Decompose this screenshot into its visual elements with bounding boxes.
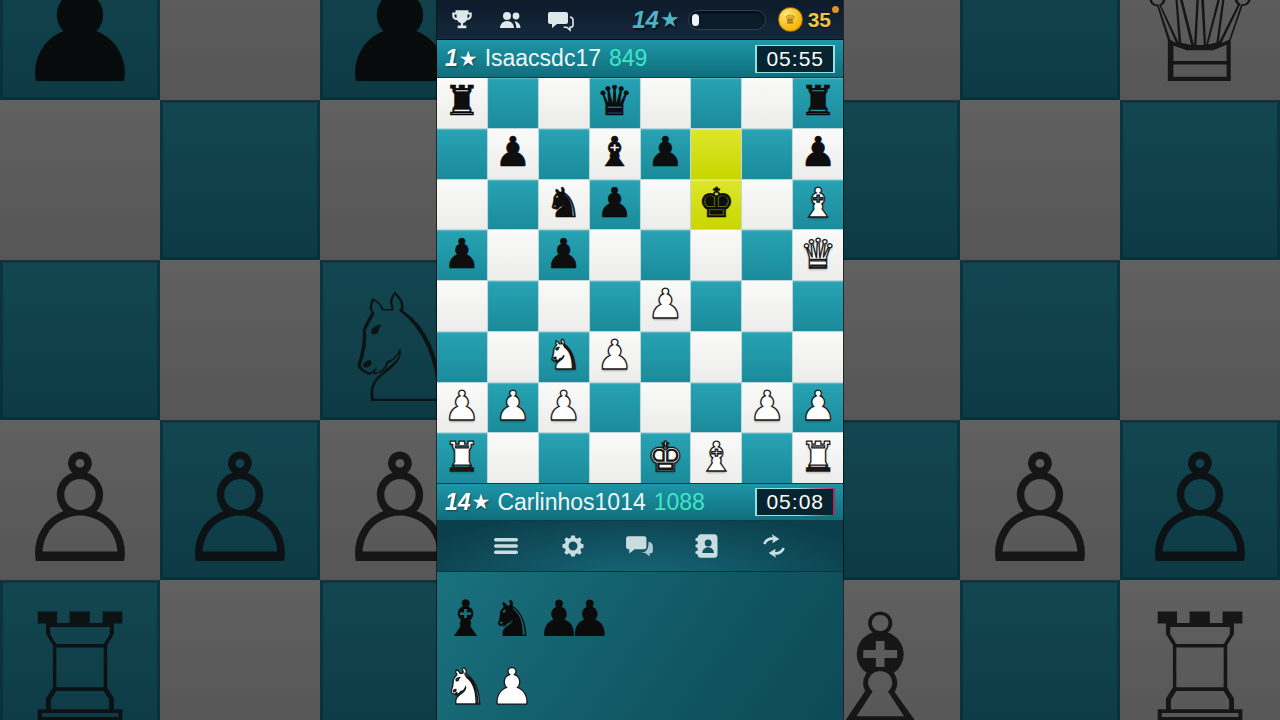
square-g7[interactable] <box>742 129 792 179</box>
square-g4[interactable] <box>742 281 792 331</box>
square-g2[interactable]: ♟ <box>742 383 792 433</box>
notification-dot <box>832 6 839 13</box>
bg-square <box>160 100 320 260</box>
square-c2[interactable]: ♟ <box>539 383 589 433</box>
square-b4[interactable] <box>488 281 538 331</box>
square-a8[interactable]: ♜ <box>437 78 487 128</box>
square-e7[interactable]: ♟ <box>641 129 691 179</box>
bg-square: ♙ <box>160 420 320 580</box>
square-h7[interactable]: ♟ <box>793 129 843 179</box>
square-h5[interactable]: ♛ <box>793 230 843 280</box>
square-d1[interactable] <box>590 433 640 483</box>
bg-square <box>160 260 320 420</box>
black-king-f6[interactable]: ♚ <box>698 183 735 224</box>
player-star-icon: ★ <box>472 490 491 514</box>
square-g6[interactable] <box>742 180 792 230</box>
bg-square: ♖ <box>0 580 160 720</box>
bg-square <box>1120 100 1280 260</box>
square-e6[interactable] <box>641 180 691 230</box>
black-pawn-a5[interactable]: ♟ <box>444 234 481 275</box>
white-pawn-b2[interactable]: ♟ <box>494 386 531 427</box>
hamburger-menu-icon[interactable] <box>491 534 521 558</box>
bg-white-pawn-icon: ♙ <box>13 438 147 581</box>
bg-white-pawn-icon: ♙ <box>173 438 307 581</box>
square-d8[interactable]: ♛ <box>590 78 640 128</box>
square-e5[interactable] <box>641 230 691 280</box>
xp-progress-fill <box>692 14 700 26</box>
opponent-name[interactable]: Isaacsdc17 <box>485 45 601 72</box>
square-g5[interactable] <box>742 230 792 280</box>
square-h8[interactable]: ♜ <box>793 78 843 128</box>
square-a5[interactable]: ♟ <box>437 230 487 280</box>
white-pawn-d3[interactable]: ♟ <box>596 335 633 376</box>
coin-count: 35 <box>808 8 831 32</box>
square-d4[interactable] <box>590 281 640 331</box>
square-c5[interactable]: ♟ <box>539 230 589 280</box>
bg-square: ♙ <box>0 420 160 580</box>
player-clock-frame: 05:08 <box>755 488 835 516</box>
black-rook-a8[interactable]: ♜ <box>444 81 481 122</box>
black-rook-h8[interactable]: ♜ <box>800 81 837 122</box>
captured-white-knight: ♞ <box>443 662 488 712</box>
square-f5[interactable] <box>691 230 741 280</box>
bg-square: ♙ <box>1120 420 1280 580</box>
white-pawn-e4[interactable]: ♟ <box>647 284 684 325</box>
square-b8[interactable] <box>488 78 538 128</box>
bg-white-rook-icon: ♖ <box>13 598 147 720</box>
captured-black-knight: ♞ <box>490 594 535 644</box>
square-c6[interactable]: ♞ <box>539 180 589 230</box>
bg-square <box>0 260 160 420</box>
opponent-rating: 849 <box>609 45 647 72</box>
square-b2[interactable]: ♟ <box>488 383 538 433</box>
player-level-badge: 14★ <box>632 6 679 34</box>
level-star-icon: ★ <box>660 7 680 32</box>
square-b5[interactable] <box>488 230 538 280</box>
top-status-bar: 14★ ♛ 35 <box>437 0 843 40</box>
video-frame: ♟♟♕♘♙♙♙♙♙♖♗♖ 14★ ♛ 35 1 ★ Isaacsdc17 849 <box>0 0 1280 720</box>
level-number: 14 <box>632 6 659 34</box>
square-f7[interactable] <box>691 129 741 179</box>
black-pawn-b7[interactable]: ♟ <box>494 132 531 173</box>
square-c4[interactable] <box>539 281 589 331</box>
square-a6[interactable] <box>437 180 487 230</box>
square-a1[interactable]: ♜ <box>437 433 487 483</box>
square-c8[interactable] <box>539 78 589 128</box>
bg-square <box>0 100 160 260</box>
white-rook-a1[interactable]: ♜ <box>444 437 481 478</box>
white-queen-h5[interactable]: ♛ <box>800 234 837 275</box>
black-knight-c6[interactable]: ♞ <box>545 183 582 224</box>
black-pawn-d6[interactable]: ♟ <box>596 183 633 224</box>
chat-icon[interactable] <box>547 8 575 32</box>
square-h4[interactable] <box>793 281 843 331</box>
player-level: 14 <box>445 489 471 516</box>
bg-white-pawn-icon: ♙ <box>973 438 1107 581</box>
square-c3[interactable]: ♞ <box>539 332 589 382</box>
player-rating: 1088 <box>654 489 705 516</box>
square-d7[interactable]: ♝ <box>590 129 640 179</box>
opponent-star-icon: ★ <box>459 47 478 71</box>
square-h3[interactable] <box>793 332 843 382</box>
square-d5[interactable] <box>590 230 640 280</box>
white-knight-c3[interactable]: ♞ <box>545 335 582 376</box>
captured-black-pieces: ♝♞♟♟ <box>443 576 837 644</box>
bg-black-pawn-icon: ♟ <box>13 0 147 100</box>
captured-pieces-tray: ♝♞♟♟ ♞♟ <box>437 572 843 720</box>
black-bishop-d7[interactable]: ♝ <box>596 132 633 173</box>
white-king-e1[interactable]: ♚ <box>647 437 684 478</box>
friends-icon[interactable] <box>497 8 525 32</box>
bg-square: ♕ <box>1120 0 1280 100</box>
chess-board: ♜♛♜♟♝♟♟♞♟♚♝♟♟♛♟♞♟♟♟♟♟♟♜♚♝♜ <box>437 78 843 483</box>
white-bishop-f1[interactable]: ♝ <box>698 437 735 478</box>
square-f4[interactable] <box>691 281 741 331</box>
black-pawn-c5[interactable]: ♟ <box>545 234 582 275</box>
black-pawn-h7[interactable]: ♟ <box>800 132 837 173</box>
square-f2[interactable] <box>691 383 741 433</box>
square-h1[interactable]: ♜ <box>793 433 843 483</box>
square-c7[interactable] <box>539 129 589 179</box>
bg-square: ♖ <box>1120 580 1280 720</box>
square-e8[interactable] <box>641 78 691 128</box>
captured-black-bishop: ♝ <box>443 594 488 644</box>
square-f8[interactable] <box>691 78 741 128</box>
square-e4[interactable]: ♟ <box>641 281 691 331</box>
opponent-bar: 1 ★ Isaacsdc17 849 05:55 <box>437 40 843 78</box>
square-d6[interactable]: ♟ <box>590 180 640 230</box>
bg-square <box>960 580 1120 720</box>
bg-square <box>960 100 1120 260</box>
bg-square <box>960 260 1120 420</box>
square-f6[interactable]: ♚ <box>691 180 741 230</box>
square-d2[interactable] <box>590 383 640 433</box>
xp-progress-bar <box>688 10 766 30</box>
square-a7[interactable] <box>437 129 487 179</box>
game-menu-bar <box>437 521 843 572</box>
settings-gear-icon[interactable] <box>559 532 587 560</box>
black-pawn-e7[interactable]: ♟ <box>647 132 684 173</box>
bg-square: ♟ <box>0 0 160 100</box>
bg-square: ♙ <box>960 420 1120 580</box>
square-e1[interactable]: ♚ <box>641 433 691 483</box>
coin-icon[interactable]: ♛ <box>778 7 803 32</box>
white-pawn-g2[interactable]: ♟ <box>749 386 786 427</box>
player-clock: 05:08 <box>757 489 833 515</box>
white-rook-h1[interactable]: ♜ <box>800 437 837 478</box>
square-a4[interactable] <box>437 281 487 331</box>
square-d3[interactable]: ♟ <box>590 332 640 382</box>
player-bar: 14 ★ Carlinhos1014 1088 05:08 <box>437 483 843 521</box>
opponent-clock: 05:55 <box>757 46 833 72</box>
bg-white-queen-icon: ♕ <box>1133 0 1267 100</box>
square-a2[interactable]: ♟ <box>437 383 487 433</box>
square-h2[interactable]: ♟ <box>793 383 843 433</box>
square-f1[interactable]: ♝ <box>691 433 741 483</box>
white-bishop-h6[interactable]: ♝ <box>800 183 837 224</box>
captured-white-pawn: ♟ <box>490 662 535 712</box>
opponent-clock-frame: 05:55 <box>755 45 835 73</box>
player-name[interactable]: Carlinhos1014 <box>497 489 645 516</box>
square-e3[interactable] <box>641 332 691 382</box>
square-g8[interactable] <box>742 78 792 128</box>
bg-square <box>160 580 320 720</box>
captured-white-pieces: ♞♟ <box>443 644 837 712</box>
bg-square <box>960 0 1120 100</box>
bg-square <box>1120 260 1280 420</box>
flip-board-icon[interactable] <box>759 533 789 559</box>
bg-square <box>160 0 320 100</box>
opponent-level: 1 <box>445 45 458 72</box>
trophy-icon[interactable] <box>449 7 475 33</box>
black-queen-d8[interactable]: ♛ <box>596 81 633 122</box>
bg-white-pawn-icon: ♙ <box>1133 438 1267 581</box>
captured-black-pawn: ♟ <box>567 594 612 644</box>
game-chat-icon[interactable] <box>625 533 655 559</box>
square-e2[interactable] <box>641 383 691 433</box>
square-c1[interactable] <box>539 433 589 483</box>
square-b7[interactable]: ♟ <box>488 129 538 179</box>
square-b3[interactable] <box>488 332 538 382</box>
white-pawn-h2[interactable]: ♟ <box>800 386 837 427</box>
white-pawn-c2[interactable]: ♟ <box>545 386 582 427</box>
square-g1[interactable] <box>742 433 792 483</box>
square-g3[interactable] <box>742 332 792 382</box>
white-pawn-a2[interactable]: ♟ <box>444 386 481 427</box>
square-b1[interactable] <box>488 433 538 483</box>
contacts-book-icon[interactable] <box>693 532 721 560</box>
square-b6[interactable] <box>488 180 538 230</box>
crown-glyph: ♛ <box>784 13 796 26</box>
square-a3[interactable] <box>437 332 487 382</box>
square-h6[interactable]: ♝ <box>793 180 843 230</box>
bg-white-rook-icon: ♖ <box>1133 598 1267 720</box>
square-f3[interactable] <box>691 332 741 382</box>
chess-app: 14★ ♛ 35 1 ★ Isaacsdc17 849 05:55 ♜♛♜♟♝♟… <box>437 0 843 720</box>
